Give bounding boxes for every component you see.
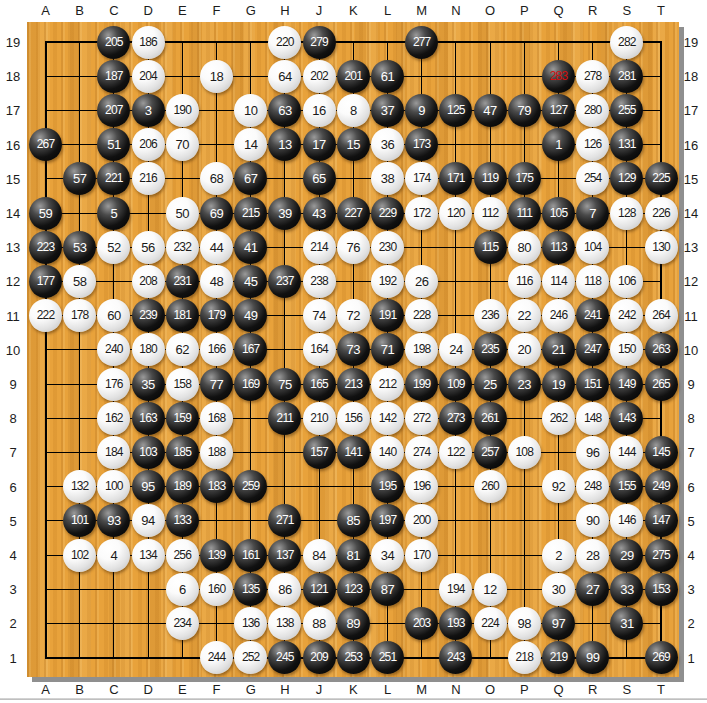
stone-move-number: 165 [310,378,328,391]
stone-p11[interactable]: 22 [508,299,541,332]
stone-f18[interactable]: 18 [200,60,233,93]
stone-l14[interactable]: 229 [371,197,404,230]
stone-d6[interactable]: 95 [132,470,165,503]
stone-e7[interactable]: 185 [166,436,199,469]
stone-t14[interactable]: 226 [645,197,678,230]
stone-l18[interactable]: 61 [371,60,404,93]
stone-a14[interactable]: 59 [29,197,62,230]
stone-s3[interactable]: 33 [610,573,643,606]
stone-move-number: 192 [379,275,397,288]
stone-move-number: 145 [652,446,670,459]
stone-m6[interactable]: 196 [405,470,438,503]
stone-h1[interactable]: 245 [268,641,301,674]
stone-b11[interactable]: 178 [63,299,96,332]
stone-r3[interactable]: 27 [576,573,609,606]
stone-q11[interactable]: 246 [542,299,575,332]
stone-f13[interactable]: 44 [200,231,233,264]
stone-j17[interactable]: 16 [303,94,336,127]
stone-r18[interactable]: 278 [576,60,609,93]
stone-l8[interactable]: 142 [371,402,404,435]
stone-l13[interactable]: 230 [371,231,404,264]
stone-p12[interactable]: 116 [508,265,541,298]
stone-h2[interactable]: 138 [268,607,301,640]
stone-q2[interactable]: 97 [542,607,575,640]
stone-move-number: 218 [515,651,533,664]
stone-p1[interactable]: 218 [508,641,541,674]
stone-l11[interactable]: 191 [371,299,404,332]
stone-m9[interactable]: 199 [405,368,438,401]
stone-d15[interactable]: 216 [132,162,165,195]
stone-l15[interactable]: 38 [371,162,404,195]
stone-j13[interactable]: 214 [303,231,336,264]
stone-k9[interactable]: 213 [337,368,370,401]
stone-h18[interactable]: 64 [268,60,301,93]
stone-s14[interactable]: 128 [610,197,643,230]
stone-r15[interactable]: 254 [576,162,609,195]
stone-k5[interactable]: 85 [337,504,370,537]
stone-m16[interactable]: 173 [405,128,438,161]
stone-r17[interactable]: 280 [576,94,609,127]
stone-d11[interactable]: 239 [132,299,165,332]
stone-move-number: 60 [107,309,120,322]
stone-d8[interactable]: 163 [132,402,165,435]
stone-l7[interactable]: 140 [371,436,404,469]
stone-f6[interactable]: 183 [200,470,233,503]
stone-c6[interactable]: 100 [97,470,130,503]
row-label-left: 3 [9,582,16,597]
stone-t13[interactable]: 130 [645,231,678,264]
stone-l4[interactable]: 34 [371,539,404,572]
stone-r7[interactable]: 96 [576,436,609,469]
stone-k8[interactable]: 156 [337,402,370,435]
stone-c16[interactable]: 51 [97,128,130,161]
stone-t10[interactable]: 263 [645,333,678,366]
stone-f9[interactable]: 77 [200,368,233,401]
stone-d13[interactable]: 56 [132,231,165,264]
stone-j2[interactable]: 88 [303,607,336,640]
stone-s16[interactable]: 131 [610,128,643,161]
stone-k2[interactable]: 89 [337,607,370,640]
stone-m19[interactable]: 277 [405,26,438,59]
stone-q6[interactable]: 92 [542,470,575,503]
stone-g6[interactable]: 259 [234,470,267,503]
stone-j15[interactable]: 65 [303,162,336,195]
stone-move-number: 52 [107,241,120,254]
stone-move-number: 119 [482,172,499,185]
stone-h3[interactable]: 86 [268,573,301,606]
stone-move-number: 262 [550,412,568,425]
stone-c10[interactable]: 240 [97,333,130,366]
stone-j16[interactable]: 17 [303,128,336,161]
stone-o10[interactable]: 235 [474,333,507,366]
stone-n2[interactable]: 193 [439,607,472,640]
stone-h17[interactable]: 63 [268,94,301,127]
stone-move-number: 219 [550,651,568,664]
stone-g3[interactable]: 135 [234,573,267,606]
stone-d5[interactable]: 94 [132,504,165,537]
stone-c5[interactable]: 93 [97,504,130,537]
stone-l17[interactable]: 37 [371,94,404,127]
stone-e12[interactable]: 231 [166,265,199,298]
stone-m4[interactable]: 170 [405,539,438,572]
stone-j10[interactable]: 164 [303,333,336,366]
stone-p7[interactable]: 108 [508,436,541,469]
stone-b6[interactable]: 132 [63,470,96,503]
stone-n14[interactable]: 120 [439,197,472,230]
stone-c14[interactable]: 5 [97,197,130,230]
stone-k18[interactable]: 201 [337,60,370,93]
stone-o6[interactable]: 260 [474,470,507,503]
stone-move-number: 51 [107,138,120,151]
stone-l12[interactable]: 192 [371,265,404,298]
stone-s18[interactable]: 281 [610,60,643,93]
stone-move-number: 176 [105,378,123,391]
stone-n10[interactable]: 24 [439,333,472,366]
stone-q14[interactable]: 105 [542,197,575,230]
stone-m11[interactable]: 228 [405,299,438,332]
row-label-right: 2 [687,616,694,631]
stone-a13[interactable]: 223 [29,231,62,264]
stone-k3[interactable]: 123 [337,573,370,606]
stone-e17[interactable]: 190 [166,94,199,127]
stone-j1[interactable]: 209 [303,641,336,674]
stone-e3[interactable]: 6 [166,573,199,606]
stone-m14[interactable]: 172 [405,197,438,230]
stone-s17[interactable]: 255 [610,94,643,127]
stone-h16[interactable]: 13 [268,128,301,161]
stone-e6[interactable]: 189 [166,470,199,503]
stone-h14[interactable]: 39 [268,197,301,230]
stone-o11[interactable]: 236 [474,299,507,332]
stone-j14[interactable]: 43 [303,197,336,230]
stone-r11[interactable]: 241 [576,299,609,332]
stone-o7[interactable]: 257 [474,436,507,469]
stone-move-number: 79 [518,104,531,117]
stone-m2[interactable]: 203 [405,607,438,640]
stone-b13[interactable]: 53 [63,231,96,264]
stone-s12[interactable]: 106 [610,265,643,298]
stone-f10[interactable]: 166 [200,333,233,366]
stone-k4[interactable]: 81 [337,539,370,572]
stone-move-number: 201 [344,70,362,83]
stone-move-number: 105 [550,207,568,220]
stone-g12[interactable]: 45 [234,265,267,298]
stone-l16[interactable]: 36 [371,128,404,161]
stone-j3[interactable]: 121 [303,573,336,606]
stone-q9[interactable]: 19 [542,368,575,401]
stone-n1[interactable]: 243 [439,641,472,674]
stone-e16[interactable]: 70 [166,128,199,161]
stone-b5[interactable]: 101 [63,504,96,537]
stone-d16[interactable]: 206 [132,128,165,161]
row-label-right: 14 [684,206,698,221]
stone-l6[interactable]: 195 [371,470,404,503]
stone-s10[interactable]: 150 [610,333,643,366]
stone-c4[interactable]: 4 [97,539,130,572]
stone-move-number: 238 [310,275,328,288]
stone-m12[interactable]: 26 [405,265,438,298]
stone-h9[interactable]: 75 [268,368,301,401]
stone-r4[interactable]: 28 [576,539,609,572]
stone-k7[interactable]: 141 [337,436,370,469]
stone-s7[interactable]: 144 [610,436,643,469]
stone-q16[interactable]: 1 [542,128,575,161]
stone-p9[interactable]: 23 [508,368,541,401]
stone-p14[interactable]: 111 [508,197,541,230]
stone-move-number: 254 [584,172,602,185]
stone-s8[interactable]: 143 [610,402,643,435]
stone-t3[interactable]: 153 [645,573,678,606]
stone-r14[interactable]: 7 [576,197,609,230]
stone-r9[interactable]: 151 [576,368,609,401]
stone-a11[interactable]: 222 [29,299,62,332]
stone-j19[interactable]: 279 [303,26,336,59]
stone-move-number: 98 [518,617,531,630]
stone-g16[interactable]: 14 [234,128,267,161]
stone-move-number: 191 [379,309,397,322]
stone-g4[interactable]: 161 [234,539,267,572]
stone-h5[interactable]: 271 [268,504,301,537]
stone-l3[interactable]: 87 [371,573,404,606]
stone-move-number: 259 [242,480,260,493]
stone-move-number: 36 [381,138,394,151]
stone-g2[interactable]: 136 [234,607,267,640]
stone-o15[interactable]: 119 [474,162,507,195]
stone-s11[interactable]: 242 [610,299,643,332]
stone-j11[interactable]: 74 [303,299,336,332]
stone-b4[interactable]: 102 [63,539,96,572]
stone-p2[interactable]: 98 [508,607,541,640]
stone-move-number: 261 [481,412,499,425]
stone-move-number: 175 [515,172,533,185]
stone-r10[interactable]: 247 [576,333,609,366]
stone-move-number: 242 [618,309,636,322]
stone-m10[interactable]: 198 [405,333,438,366]
stone-c17[interactable]: 207 [97,94,130,127]
stone-o14[interactable]: 112 [474,197,507,230]
stone-d12[interactable]: 208 [132,265,165,298]
stone-q1[interactable]: 219 [542,641,575,674]
stone-g1[interactable]: 252 [234,641,267,674]
stone-e10[interactable]: 62 [166,333,199,366]
stone-t1[interactable]: 269 [645,641,678,674]
stone-t4[interactable]: 275 [645,539,678,572]
stone-d18[interactable]: 204 [132,60,165,93]
stone-m17[interactable]: 9 [405,94,438,127]
stone-m5[interactable]: 200 [405,504,438,537]
stone-r16[interactable]: 126 [576,128,609,161]
stone-move-number: 122 [447,446,465,459]
stone-s5[interactable]: 146 [610,504,643,537]
stone-f12[interactable]: 48 [200,265,233,298]
stone-e8[interactable]: 159 [166,402,199,435]
stone-q18[interactable]: 283 [542,60,575,93]
stone-j18[interactable]: 202 [303,60,336,93]
stone-c18[interactable]: 187 [97,60,130,93]
stone-g13[interactable]: 41 [234,231,267,264]
stone-g11[interactable]: 49 [234,299,267,332]
stone-b12[interactable]: 58 [63,265,96,298]
stone-move-number: 156 [344,412,362,425]
stone-move-number: 126 [584,138,602,151]
stone-f7[interactable]: 188 [200,436,233,469]
stone-d19[interactable]: 186 [132,26,165,59]
stone-n15[interactable]: 171 [439,162,472,195]
stone-m15[interactable]: 174 [405,162,438,195]
stone-j8[interactable]: 210 [303,402,336,435]
stone-d10[interactable]: 180 [132,333,165,366]
stone-a16[interactable]: 267 [29,128,62,161]
stone-s19[interactable]: 282 [610,26,643,59]
stone-t15[interactable]: 225 [645,162,678,195]
stone-j4[interactable]: 84 [303,539,336,572]
stone-f15[interactable]: 68 [200,162,233,195]
stone-q17[interactable]: 127 [542,94,575,127]
stone-l5[interactable]: 197 [371,504,404,537]
stone-n8[interactable]: 273 [439,402,472,435]
stone-g14[interactable]: 215 [234,197,267,230]
stone-t7[interactable]: 145 [645,436,678,469]
stone-c11[interactable]: 60 [97,299,130,332]
stone-s4[interactable]: 29 [610,539,643,572]
row-label-right: 1 [687,650,694,665]
stone-p15[interactable]: 175 [508,162,541,195]
stone-e14[interactable]: 50 [166,197,199,230]
row-label-left: 10 [6,342,20,357]
stone-e9[interactable]: 158 [166,368,199,401]
stone-h8[interactable]: 211 [268,402,301,435]
stone-o8[interactable]: 261 [474,402,507,435]
stone-d9[interactable]: 35 [132,368,165,401]
stone-d4[interactable]: 134 [132,539,165,572]
stone-r13[interactable]: 104 [576,231,609,264]
stone-o3[interactable]: 12 [474,573,507,606]
stone-g10[interactable]: 167 [234,333,267,366]
stone-c15[interactable]: 221 [97,162,130,195]
stone-s6[interactable]: 155 [610,470,643,503]
stone-l1[interactable]: 251 [371,641,404,674]
stone-k13[interactable]: 76 [337,231,370,264]
stone-r1[interactable]: 99 [576,641,609,674]
stone-g9[interactable]: 169 [234,368,267,401]
stone-c8[interactable]: 162 [97,402,130,435]
stone-c19[interactable]: 205 [97,26,130,59]
stone-move-number: 251 [379,651,397,664]
stone-m7[interactable]: 274 [405,436,438,469]
stone-k11[interactable]: 72 [337,299,370,332]
stone-q12[interactable]: 114 [542,265,575,298]
stone-p10[interactable]: 20 [508,333,541,366]
stone-q3[interactable]: 30 [542,573,575,606]
stone-k17[interactable]: 8 [337,94,370,127]
stone-l9[interactable]: 212 [371,368,404,401]
stone-s2[interactable]: 31 [610,607,643,640]
stone-move-number: 151 [584,378,602,391]
stone-f4[interactable]: 139 [200,539,233,572]
stone-q13[interactable]: 113 [542,231,575,264]
stone-e2[interactable]: 234 [166,607,199,640]
stone-o13[interactable]: 115 [474,231,507,264]
stone-t6[interactable]: 249 [645,470,678,503]
stone-n3[interactable]: 194 [439,573,472,606]
stone-f8[interactable]: 168 [200,402,233,435]
stone-s9[interactable]: 149 [610,368,643,401]
stone-move-number: 227 [344,207,362,220]
stone-l10[interactable]: 71 [371,333,404,366]
stone-b15[interactable]: 57 [63,162,96,195]
stone-q8[interactable]: 262 [542,402,575,435]
stone-q4[interactable]: 2 [542,539,575,572]
stone-p17[interactable]: 79 [508,94,541,127]
stone-f11[interactable]: 179 [200,299,233,332]
stone-j9[interactable]: 165 [303,368,336,401]
go-board[interactable]: 2051862202792772821872041864202201612832… [27,22,679,677]
stone-h19[interactable]: 220 [268,26,301,59]
stone-t5[interactable]: 147 [645,504,678,537]
stone-k10[interactable]: 73 [337,333,370,366]
row-label-left: 19 [6,35,20,50]
stone-e4[interactable]: 256 [166,539,199,572]
stone-k14[interactable]: 227 [337,197,370,230]
stone-g15[interactable]: 67 [234,162,267,195]
stone-o9[interactable]: 25 [474,368,507,401]
stone-c13[interactable]: 52 [97,231,130,264]
stone-move-number: 168 [208,412,226,425]
stone-g17[interactable]: 10 [234,94,267,127]
stone-t11[interactable]: 264 [645,299,678,332]
stone-f1[interactable]: 244 [200,641,233,674]
stone-e5[interactable]: 133 [166,504,199,537]
stone-p13[interactable]: 80 [508,231,541,264]
stone-e13[interactable]: 232 [166,231,199,264]
stone-k16[interactable]: 15 [337,128,370,161]
stone-q10[interactable]: 21 [542,333,575,366]
stone-t9[interactable]: 265 [645,368,678,401]
stone-r6[interactable]: 248 [576,470,609,503]
stone-o17[interactable]: 47 [474,94,507,127]
stone-r8[interactable]: 148 [576,402,609,435]
stone-c9[interactable]: 176 [97,368,130,401]
stone-j7[interactable]: 157 [303,436,336,469]
stone-f14[interactable]: 69 [200,197,233,230]
stone-j12[interactable]: 238 [303,265,336,298]
stone-a12[interactable]: 177 [29,265,62,298]
stone-r5[interactable]: 90 [576,504,609,537]
stone-h4[interactable]: 137 [268,539,301,572]
stone-n9[interactable]: 109 [439,368,472,401]
stone-e11[interactable]: 181 [166,299,199,332]
row-label-right: 12 [684,274,698,289]
stone-move-number: 102 [71,549,89,562]
stone-move-number: 6 [179,583,186,596]
stone-d7[interactable]: 103 [132,436,165,469]
stone-o2[interactable]: 224 [474,607,507,640]
stone-n7[interactable]: 122 [439,436,472,469]
stone-move-number: 92 [552,480,565,493]
stone-move-number: 47 [483,104,496,117]
stone-move-number: 257 [481,446,499,459]
stone-h12[interactable]: 237 [268,265,301,298]
stone-c7[interactable]: 184 [97,436,130,469]
stone-r12[interactable]: 118 [576,265,609,298]
stone-k1[interactable]: 253 [337,641,370,674]
stone-n17[interactable]: 125 [439,94,472,127]
stone-s15[interactable]: 129 [610,162,643,195]
stone-m8[interactable]: 272 [405,402,438,435]
stone-f3[interactable]: 160 [200,573,233,606]
row-label-right: 10 [684,342,698,357]
stone-d17[interactable]: 3 [132,94,165,127]
